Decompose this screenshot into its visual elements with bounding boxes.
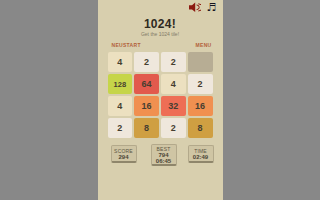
board-cell: 2 <box>188 74 213 94</box>
time-box: TIME 02:49 <box>188 145 214 163</box>
top-icon-bar: ♬ <box>189 2 218 13</box>
restart-button[interactable]: NEUSTART <box>112 42 141 48</box>
board-cell: 16 <box>134 96 159 116</box>
game-board[interactable]: 4 2 2 128 64 4 2 4 16 32 16 2 8 2 8 <box>108 52 213 138</box>
board-cell: 2 <box>134 52 159 72</box>
page-subtitle: Get the 1024 tile! <box>98 31 223 37</box>
board-cell: 4 <box>108 96 133 116</box>
speaker-icon[interactable] <box>189 2 201 13</box>
menu-button[interactable]: MENU <box>196 42 212 48</box>
best-time-value: 06:45 <box>156 158 171 164</box>
score-value: 294 <box>118 154 128 160</box>
board-cell: 8 <box>188 118 213 138</box>
best-box: BEST 794 06:45 <box>151 144 177 166</box>
board-cell <box>188 52 213 72</box>
board-cell: 2 <box>161 52 186 72</box>
app-screen: ♬ 1024! Get the 1024 tile! NEUSTART MENU… <box>98 0 223 200</box>
music-note-glyph: ♬ <box>207 2 217 13</box>
board-cell: 4 <box>161 74 186 94</box>
board-cell: 4 <box>108 52 133 72</box>
board-cell: 2 <box>161 118 186 138</box>
board-cell: 32 <box>161 96 186 116</box>
board-cell: 128 <box>108 74 133 94</box>
board-cell: 64 <box>134 74 159 94</box>
board-cell: 2 <box>108 118 133 138</box>
menu-row: NEUSTART MENU <box>112 42 212 48</box>
board-cell: 16 <box>188 96 213 116</box>
board-cell: 8 <box>134 118 159 138</box>
score-box: SCORE 294 <box>111 145 137 163</box>
page-title: 1024! <box>98 17 223 31</box>
time-value: 02:49 <box>193 154 208 160</box>
music-note-icon[interactable]: ♬ <box>206 2 218 13</box>
